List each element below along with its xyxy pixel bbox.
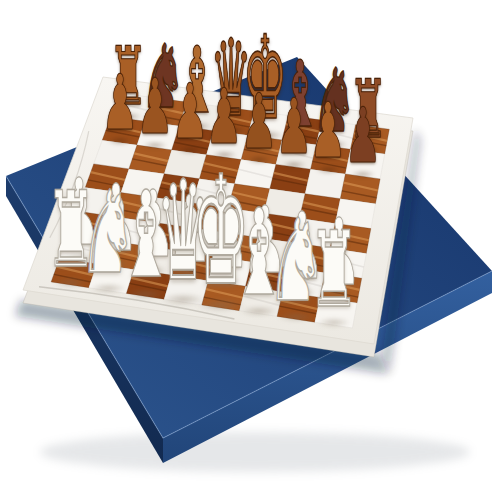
brown-pawn-glyph: ♟ [345, 98, 382, 174]
brown-pawn-glyph: ♟ [275, 89, 312, 165]
brown-pawn-glyph: ♟ [310, 93, 347, 169]
brown-pawn-glyph: ♟ [102, 65, 139, 141]
floor-shadow [40, 432, 470, 472]
white-rook-glyph: ♜ [309, 219, 360, 324]
brown-pawn-glyph: ♟ [136, 69, 173, 145]
chess-set-product-photo: ♜♞♝♛♚♝♞♜♟♟♟♟♟♟♟♟♟♟♟♟♟♟♟♟♜♞♝♛♚♝♞♜ [0, 0, 500, 500]
brown-pawn-glyph: ♟ [171, 74, 208, 150]
